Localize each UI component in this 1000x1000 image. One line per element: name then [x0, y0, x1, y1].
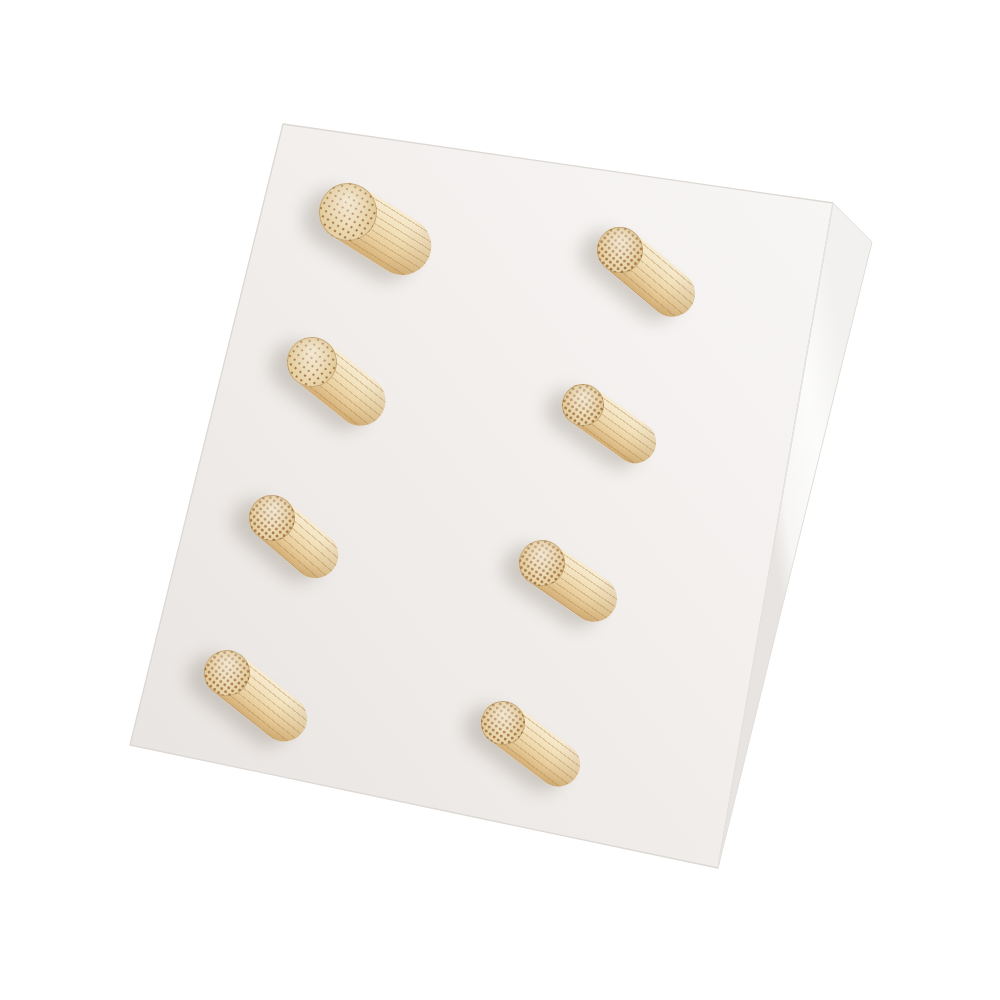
peg-end-grain — [240, 486, 305, 551]
product-photo-scene — [0, 0, 1000, 1000]
peg-r1c1[interactable] — [308, 172, 442, 286]
peg-end-grain — [554, 376, 613, 435]
peg-end-grain — [510, 531, 574, 595]
peg-r3c1[interactable] — [240, 486, 348, 588]
peg-r2c2[interactable] — [554, 376, 665, 472]
peg-r1c2[interactable] — [588, 218, 705, 327]
peg-r4c2[interactable] — [472, 692, 589, 795]
peg-end-grain — [588, 218, 653, 283]
peg-r2c1[interactable] — [277, 327, 396, 436]
peg-end-grain — [277, 327, 347, 397]
peg-grid — [0, 0, 1000, 1000]
peg-r3c2[interactable] — [510, 531, 626, 631]
peg-end-grain — [195, 641, 260, 706]
peg-end-grain — [308, 172, 388, 252]
peg-end-grain — [472, 692, 534, 754]
peg-r4c1[interactable] — [195, 641, 317, 751]
